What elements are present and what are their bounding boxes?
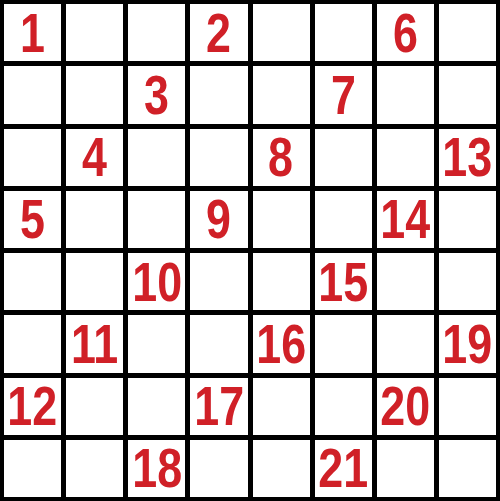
grid-cell-r2c3[interactable]: 3 — [128, 66, 185, 123]
cell-number: 18 — [132, 440, 182, 496]
cell-number: 4 — [82, 129, 107, 185]
grid-cell-r3c8[interactable]: 13 — [439, 129, 496, 186]
grid-cell-r6c6[interactable] — [315, 315, 372, 372]
grid-cell-r6c2[interactable]: 11 — [66, 315, 123, 372]
cell-number: 7 — [331, 67, 356, 123]
grid-cell-r4c2[interactable] — [66, 191, 123, 248]
cell-number: 13 — [443, 129, 493, 185]
grid-cell-r3c7[interactable] — [377, 129, 434, 186]
grid-cell-r7c5[interactable] — [253, 378, 310, 435]
cell-number: 5 — [20, 191, 45, 247]
grid-cell-r1c8[interactable] — [439, 4, 496, 61]
grid-cell-r1c4[interactable]: 2 — [190, 4, 247, 61]
cell-number: 19 — [443, 316, 493, 372]
cell-number: 8 — [269, 129, 294, 185]
grid-cell-r1c6[interactable] — [315, 4, 372, 61]
grid-cell-r4c5[interactable] — [253, 191, 310, 248]
grid-cell-r6c5[interactable]: 16 — [253, 315, 310, 372]
cell-number: 6 — [393, 5, 418, 61]
puzzle-board: 126374813591410151116191217201821 — [0, 0, 500, 501]
grid-cell-r6c4[interactable] — [190, 315, 247, 372]
cell-number: 10 — [132, 254, 182, 310]
grid-cell-r5c3[interactable]: 10 — [128, 253, 185, 310]
grid-cell-r7c8[interactable] — [439, 378, 496, 435]
grid-cell-r3c6[interactable] — [315, 129, 372, 186]
grid-cell-r2c2[interactable] — [66, 66, 123, 123]
grid-cell-r2c5[interactable] — [253, 66, 310, 123]
grid-cell-r6c7[interactable] — [377, 315, 434, 372]
grid-cell-r7c7[interactable]: 20 — [377, 378, 434, 435]
grid-cell-r4c8[interactable] — [439, 191, 496, 248]
grid-cell-r7c1[interactable]: 12 — [4, 378, 61, 435]
cell-number: 3 — [144, 67, 169, 123]
cell-number: 11 — [71, 316, 118, 372]
grid-cell-r7c3[interactable] — [128, 378, 185, 435]
grid-cell-r5c1[interactable] — [4, 253, 61, 310]
grid-cell-r1c3[interactable] — [128, 4, 185, 61]
grid-cell-r8c7[interactable] — [377, 440, 434, 497]
grid-cell-r5c2[interactable] — [66, 253, 123, 310]
grid-cell-r8c6[interactable]: 21 — [315, 440, 372, 497]
cell-number: 15 — [318, 254, 368, 310]
grid-cell-r6c3[interactable] — [128, 315, 185, 372]
grid-cell-r2c7[interactable] — [377, 66, 434, 123]
grid-cell-r1c7[interactable]: 6 — [377, 4, 434, 61]
grid-cell-r1c1[interactable]: 1 — [4, 4, 61, 61]
grid-cell-r3c2[interactable]: 4 — [66, 129, 123, 186]
grid-cell-r1c2[interactable] — [66, 4, 123, 61]
grid-cell-r8c4[interactable] — [190, 440, 247, 497]
grid-cell-r3c1[interactable] — [4, 129, 61, 186]
grid-cell-r5c5[interactable] — [253, 253, 310, 310]
grid-cell-r3c4[interactable] — [190, 129, 247, 186]
grid-cell-r3c3[interactable] — [128, 129, 185, 186]
grid-cell-r8c5[interactable] — [253, 440, 310, 497]
cell-number: 12 — [8, 378, 58, 434]
cell-number: 14 — [380, 191, 430, 247]
cell-number: 17 — [194, 378, 244, 434]
grid-cell-r4c1[interactable]: 5 — [4, 191, 61, 248]
cell-number: 1 — [20, 5, 45, 61]
grid-cell-r4c6[interactable] — [315, 191, 372, 248]
grid-cell-r8c2[interactable] — [66, 440, 123, 497]
grid-cell-r5c4[interactable] — [190, 253, 247, 310]
cell-number: 16 — [256, 316, 306, 372]
grid-cell-r8c8[interactable] — [439, 440, 496, 497]
grid-cell-r7c4[interactable]: 17 — [190, 378, 247, 435]
grid-cell-r7c2[interactable] — [66, 378, 123, 435]
grid-cell-r2c1[interactable] — [4, 66, 61, 123]
grid-cell-r4c4[interactable]: 9 — [190, 191, 247, 248]
cell-number: 9 — [206, 191, 231, 247]
grid-cell-r6c8[interactable]: 19 — [439, 315, 496, 372]
grid-cell-r4c7[interactable]: 14 — [377, 191, 434, 248]
grid-cell-r2c6[interactable]: 7 — [315, 66, 372, 123]
grid-cell-r7c6[interactable] — [315, 378, 372, 435]
cell-number: 20 — [380, 378, 430, 434]
grid-cell-r2c4[interactable] — [190, 66, 247, 123]
grid-cell-r4c3[interactable] — [128, 191, 185, 248]
grid-cell-r2c8[interactable] — [439, 66, 496, 123]
grid-cell-r8c1[interactable] — [4, 440, 61, 497]
grid-cell-r1c5[interactable] — [253, 4, 310, 61]
grid-cell-r5c7[interactable] — [377, 253, 434, 310]
grid-cell-r5c8[interactable] — [439, 253, 496, 310]
grid-cell-r8c3[interactable]: 18 — [128, 440, 185, 497]
grid-cell-r3c5[interactable]: 8 — [253, 129, 310, 186]
grid-cell-r5c6[interactable]: 15 — [315, 253, 372, 310]
cell-number: 2 — [206, 5, 231, 61]
grid-cell-r6c1[interactable] — [4, 315, 61, 372]
cell-number: 21 — [318, 440, 368, 496]
